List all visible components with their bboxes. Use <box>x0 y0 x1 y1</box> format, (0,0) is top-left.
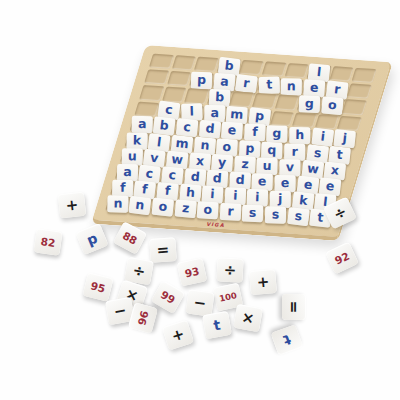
cell-r5c1: a <box>129 117 154 132</box>
cell-r8c8: e <box>273 176 298 191</box>
board-tile-r-r10c6[interactable]: r <box>219 203 241 221</box>
scatter-tile-op-=-20[interactable]: = <box>282 294 306 320</box>
cell-r4c4: a <box>202 106 227 121</box>
cell-r1c2 <box>171 55 196 70</box>
scatter-tile-num-95-8[interactable]: 95 <box>82 272 113 302</box>
cell-r2c6: t <box>257 77 282 92</box>
cell-r7c8: v <box>278 160 303 175</box>
cell-r8c2: c <box>137 166 162 181</box>
cell-r7c7: u <box>255 158 280 173</box>
cell-r6c10: t <box>327 147 352 162</box>
cell-r5c9: i <box>310 130 335 145</box>
cell-r5c3: c <box>175 120 200 135</box>
cell-r4c7 <box>270 111 295 126</box>
board-tile-p-r6c6[interactable]: p <box>239 140 261 158</box>
board-tile-a-r8c1[interactable]: a <box>117 164 138 181</box>
cell-r6c1: k <box>125 133 150 148</box>
cell-r9c6: i <box>223 189 248 204</box>
cell-r1c5 <box>239 60 264 75</box>
board-tile-s-r10c8[interactable]: s <box>265 207 286 224</box>
board-tile-n-r10c1[interactable]: n <box>107 196 128 213</box>
scatter-tile-op-+-17[interactable]: + <box>162 320 194 351</box>
cell-r8c1: a <box>115 165 140 180</box>
board-tile-n-r10c2[interactable]: n <box>129 196 152 215</box>
cell-r9c5: i <box>200 187 225 202</box>
board-tile-v-r7c8[interactable]: v <box>279 159 300 176</box>
cell-r2c4: a <box>212 74 237 89</box>
board-tile-k-r6c1[interactable]: k <box>126 132 147 149</box>
scatter-tile-num-92-5[interactable]: 92 <box>325 242 359 275</box>
board-tile-r-r2c5[interactable]: r <box>235 74 258 94</box>
board-tile-o-r3c9[interactable]: o <box>321 96 343 115</box>
cell-r1c1 <box>149 54 174 69</box>
cell-r2c1 <box>144 69 169 84</box>
cell-r2c8: e <box>302 81 327 96</box>
board-tile-z-r10c4[interactable]: z <box>174 200 196 219</box>
cell-r3c6 <box>252 93 277 108</box>
cell-r4c3: l <box>179 104 204 119</box>
cell-r10c2: n <box>128 198 153 213</box>
cell-r9c7: i <box>245 190 270 205</box>
scatter-tile-num-82-1[interactable]: 82 <box>33 228 62 255</box>
board-tile-o-r6c5[interactable]: o <box>216 138 238 156</box>
cell-r4c2: c <box>157 103 182 118</box>
cell-r6c2: l <box>147 135 172 150</box>
cell-r2c5: r <box>234 76 259 91</box>
scatter-tile-op-×-21[interactable]: × <box>233 304 263 332</box>
cell-r7c2: v <box>142 150 167 165</box>
board-tile-u-r7c1[interactable]: u <box>122 148 143 165</box>
cell-r1c8: l <box>307 65 332 80</box>
scatter-tile-op-−-15[interactable]: − <box>185 289 214 316</box>
cell-r5c7: g <box>265 127 290 142</box>
cell-r6c6: p <box>237 141 262 156</box>
cell-r10c8: s <box>263 208 288 223</box>
board-tile-e-r5c5[interactable]: e <box>221 122 243 140</box>
scatter-tile-op-=-6[interactable]: = <box>149 237 177 263</box>
board-tile-p-r2c3[interactable]: p <box>191 71 213 89</box>
cell-r3c5 <box>229 92 254 107</box>
cell-r9c8: j <box>268 192 293 207</box>
board-tile-u-r7c7[interactable]: u <box>257 157 279 175</box>
cell-r6c4: n <box>192 138 217 153</box>
cell-r1c6 <box>262 61 287 76</box>
cell-r5c6: f <box>242 125 267 140</box>
cell-r2c9: r <box>324 82 349 97</box>
board-tile-t-r2c6[interactable]: t <box>258 76 280 94</box>
cell-r9c9: k <box>290 193 315 208</box>
board-tile-h-r5c8[interactable]: h <box>289 127 310 144</box>
scatter-tile-op-÷-10[interactable]: ÷ <box>216 257 243 282</box>
cell-r8c4: d <box>183 170 208 185</box>
cell-r5c5: e <box>220 123 245 138</box>
cell-r10c9: s <box>286 209 311 224</box>
scatter-tile-letter-p-2[interactable]: p <box>75 223 108 255</box>
cell-r1c9 <box>329 66 354 81</box>
cell-r7c1: u <box>120 149 145 164</box>
board-tile-f-r9c1[interactable]: f <box>112 180 133 197</box>
cell-r5c4: d <box>197 122 222 137</box>
cell-r3c4: b <box>207 90 232 105</box>
cell-r6c7: q <box>260 142 285 157</box>
cell-r4c1 <box>134 101 159 116</box>
board-tile-r-r6c8[interactable]: r <box>284 143 305 160</box>
cell-r5c2: b <box>152 119 177 134</box>
cell-r10c3: o <box>150 200 175 215</box>
cell-r10c5: o <box>195 203 220 218</box>
board-tile-s-r10c7[interactable]: s <box>242 205 264 223</box>
cell-r6c3: m <box>170 136 195 151</box>
cell-r4c8 <box>292 112 317 127</box>
board-tile-s-r10c9[interactable]: s <box>286 207 309 226</box>
scatter-tile-op-+-0[interactable]: + <box>58 192 86 219</box>
cell-r6c5: o <box>215 139 240 154</box>
cell-r2c3: p <box>189 73 214 88</box>
cell-r7c9: w <box>300 162 325 177</box>
board-tile-e-r8c8[interactable]: e <box>274 175 295 192</box>
cell-r3c7 <box>274 95 299 110</box>
cell-r3c9: o <box>320 98 345 113</box>
scatter-tile-num-93-9[interactable]: 93 <box>177 258 207 287</box>
board-tile-z-r7c6[interactable]: z <box>234 155 256 173</box>
cell-r6c9: s <box>305 146 330 161</box>
scatter-tile-op-+-19[interactable]: + <box>249 269 277 295</box>
cell-r8c6: d <box>228 173 253 188</box>
cell-r1c10 <box>352 68 377 83</box>
cell-r4c5: m <box>225 108 250 123</box>
cell-r5c8: h <box>287 128 312 143</box>
board-tile-f-r5c6[interactable]: f <box>244 124 266 142</box>
cell-r7c4: x <box>187 154 212 169</box>
cell-r8c10: e <box>318 179 343 194</box>
cell-r4c6: p <box>247 109 272 124</box>
cell-r5c10: j <box>332 131 357 146</box>
cell-r2c2 <box>167 71 192 86</box>
cell-r8c7: e <box>250 174 275 189</box>
cell-r7c6: z <box>232 157 257 172</box>
cell-r4c10 <box>337 115 362 130</box>
cell-r3c3 <box>184 89 209 104</box>
board-tile-q-r6c7[interactable]: q <box>261 141 283 159</box>
cell-r8c5: d <box>205 171 230 186</box>
cell-r4c9 <box>315 114 340 129</box>
cell-r3c1 <box>139 85 164 100</box>
cell-r10c6: r <box>218 204 243 219</box>
board-tile-o-r10c5[interactable]: o <box>197 201 219 219</box>
scatter-tile-letter-t-22[interactable]: t <box>271 324 304 355</box>
board-tile-n-r2c7[interactable]: n <box>281 78 302 95</box>
cell-r7c10: x <box>323 163 348 178</box>
cell-r9c2: f <box>133 182 158 197</box>
scatter-tile-letter-t-18[interactable]: t <box>202 311 232 339</box>
cell-r3c8: g <box>297 96 322 111</box>
cell-r9c1: f <box>110 181 135 196</box>
board-tile-o-r10c3[interactable]: o <box>151 198 174 217</box>
cell-r10c4: z <box>173 201 198 216</box>
cell-r6c8: r <box>282 144 307 159</box>
cell-r9c3: f <box>155 184 180 199</box>
cell-r10c7: s <box>240 206 265 221</box>
cell-r10c1: n <box>105 197 130 212</box>
cell-r3c2 <box>162 87 187 102</box>
board-tile-g-r5c7[interactable]: g <box>266 125 288 143</box>
cell-r7c5: y <box>210 155 235 170</box>
cell-r2c7: n <box>279 79 304 94</box>
cell-r8c9: e <box>295 177 320 192</box>
cell-r8c3: c <box>160 168 185 183</box>
cell-r3c10 <box>342 100 367 115</box>
cell-r1c7 <box>284 63 309 78</box>
cell-r1c4: b <box>217 58 242 73</box>
scatter-tile-num-96-16[interactable]: 96 <box>128 302 158 333</box>
cell-r1c3 <box>194 57 219 72</box>
board-tile-a-r5c1[interactable]: a <box>131 116 152 133</box>
scene: blpartnerbgoclampabcdefghijklmnopqrstuvw… <box>0 0 400 400</box>
cell-r2c10 <box>347 84 372 99</box>
board-tile-g-r3c8[interactable]: g <box>299 95 321 113</box>
cell-r7c3: w <box>165 152 190 167</box>
cell-r9c4: h <box>178 185 203 200</box>
